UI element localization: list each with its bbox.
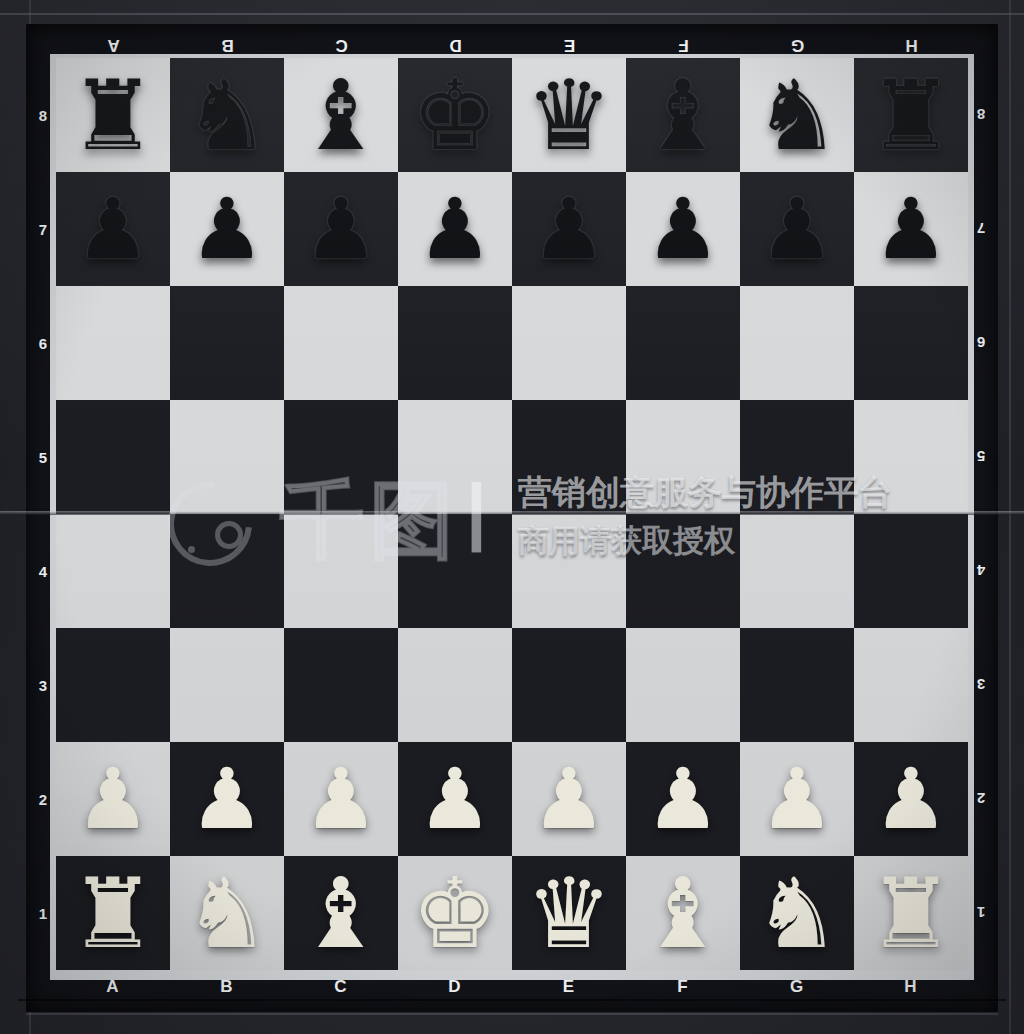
piece-white-knight-b1[interactable]: ♞ [184,865,271,962]
piece-white-pawn-e2[interactable]: ♟ [531,757,606,841]
square-h6[interactable] [854,286,968,400]
square-d5[interactable] [398,400,512,514]
piece-black-queen-e8[interactable]: ♛ [526,67,613,164]
square-g7[interactable]: ♟ [740,172,854,286]
square-c7[interactable]: ♟ [284,172,398,286]
file-labels-top-f: F [626,34,740,56]
rank-labels-right-1: 1 [970,856,992,970]
piece-white-pawn-c2[interactable]: ♟ [303,757,378,841]
square-d2[interactable]: ♟ [398,742,512,856]
frame-bottom-groove [18,999,1006,1001]
piece-white-pawn-f2[interactable]: ♟ [645,757,720,841]
file-labels-top-d: D [398,34,512,56]
square-h2[interactable]: ♟ [854,742,968,856]
file-labels-top-c: C [284,34,398,56]
square-g2[interactable]: ♟ [740,742,854,856]
square-h1[interactable]: ♜ [854,856,968,970]
file-labels-bottom-f: F [626,976,740,998]
file-labels-top: ABCDEFGH [56,34,968,56]
square-h8[interactable]: ♜ [854,58,968,172]
piece-black-rook-a8[interactable]: ♜ [70,67,157,164]
square-g5[interactable] [740,400,854,514]
square-a6[interactable] [56,286,170,400]
square-g6[interactable] [740,286,854,400]
file-labels-bottom: ABCDEFGH [56,976,968,998]
piece-white-pawn-h2[interactable]: ♟ [873,757,948,841]
piece-black-pawn-e7[interactable]: ♟ [531,187,606,271]
square-a8[interactable]: ♜ [56,58,170,172]
square-f7[interactable]: ♟ [626,172,740,286]
piece-white-king-d1[interactable]: ♚ [412,865,499,962]
square-d4[interactable] [398,514,512,628]
piece-white-pawn-a2[interactable]: ♟ [75,757,150,841]
square-e6[interactable] [512,286,626,400]
square-f2[interactable]: ♟ [626,742,740,856]
square-g8[interactable]: ♞ [740,58,854,172]
rank-labels-right-5: 5 [970,400,992,514]
piece-white-pawn-b2[interactable]: ♟ [189,757,264,841]
rank-labels-left-6: 6 [32,286,54,400]
piece-white-rook-a1[interactable]: ♜ [70,865,157,962]
square-h7[interactable]: ♟ [854,172,968,286]
square-h5[interactable] [854,400,968,514]
rank-labels-right-4: 4 [970,514,992,628]
square-h4[interactable] [854,514,968,628]
file-labels-top-a: A [56,34,170,56]
square-a1[interactable]: ♜ [56,856,170,970]
file-labels-bottom-c: C [284,976,398,998]
square-e2[interactable]: ♟ [512,742,626,856]
square-e5[interactable] [512,400,626,514]
rank-labels-left-4: 4 [32,514,54,628]
piece-black-pawn-a7[interactable]: ♟ [75,187,150,271]
square-a7[interactable]: ♟ [56,172,170,286]
piece-black-pawn-b7[interactable]: ♟ [189,187,264,271]
square-d1[interactable]: ♚ [398,856,512,970]
square-f5[interactable] [626,400,740,514]
rank-labels-left-5: 5 [32,400,54,514]
square-f4[interactable] [626,514,740,628]
square-c1[interactable]: ♝ [284,856,398,970]
square-f1[interactable]: ♝ [626,856,740,970]
square-a4[interactable] [56,514,170,628]
piece-black-pawn-c7[interactable]: ♟ [303,187,378,271]
chess-board-photo: ♜♞♝♚♛♝♞♜♟♟♟♟♟♟♟♟♟♟♟♟♟♟♟♟♜♞♝♚♛♝♞♜ ABCDEFG… [0,0,1024,1034]
square-c5[interactable] [284,400,398,514]
square-e8[interactable]: ♛ [512,58,626,172]
piece-white-pawn-g2[interactable]: ♟ [759,757,834,841]
piece-black-pawn-f7[interactable]: ♟ [645,187,720,271]
frame-top-bevel [0,13,1024,15]
square-d6[interactable] [398,286,512,400]
piece-white-rook-h1[interactable]: ♜ [868,865,955,962]
rank-labels-left-3: 3 [32,628,54,742]
square-f8[interactable]: ♝ [626,58,740,172]
file-labels-bottom-e: E [512,976,626,998]
rank-labels-left-7: 7 [32,172,54,286]
piece-white-queen-e1[interactable]: ♛ [526,865,613,962]
square-c8[interactable]: ♝ [284,58,398,172]
square-d7[interactable]: ♟ [398,172,512,286]
square-e7[interactable]: ♟ [512,172,626,286]
piece-black-king-d8[interactable]: ♚ [412,67,499,164]
file-labels-top-b: B [170,34,284,56]
piece-black-rook-h8[interactable]: ♜ [868,67,955,164]
piece-black-pawn-g7[interactable]: ♟ [759,187,834,271]
square-c4[interactable] [284,514,398,628]
square-b7[interactable]: ♟ [170,172,284,286]
square-b1[interactable]: ♞ [170,856,284,970]
piece-white-bishop-c1[interactable]: ♝ [298,865,385,962]
piece-black-pawn-h7[interactable]: ♟ [873,187,948,271]
piece-black-knight-b8[interactable]: ♞ [184,67,271,164]
file-labels-bottom-h: H [854,976,968,998]
square-a5[interactable] [56,400,170,514]
piece-black-pawn-d7[interactable]: ♟ [417,187,492,271]
piece-black-bishop-f8[interactable]: ♝ [640,67,727,164]
rank-labels-left-2: 2 [32,742,54,856]
file-labels-bottom-d: D [398,976,512,998]
square-f3[interactable] [626,628,740,742]
rank-labels-right-6: 6 [970,286,992,400]
square-c6[interactable] [284,286,398,400]
fold-seam [0,511,1024,515]
file-labels-top-g: G [740,34,854,56]
file-labels-top-h: H [854,34,968,56]
square-b8[interactable]: ♞ [170,58,284,172]
square-b3[interactable] [170,628,284,742]
rank-labels-right-7: 7 [970,172,992,286]
file-labels-bottom-b: B [170,976,284,998]
square-g4[interactable] [740,514,854,628]
square-e4[interactable] [512,514,626,628]
piece-white-pawn-d2[interactable]: ♟ [417,757,492,841]
file-labels-bottom-a: A [56,976,170,998]
square-e1[interactable]: ♛ [512,856,626,970]
file-labels-bottom-g: G [740,976,854,998]
square-d3[interactable] [398,628,512,742]
square-f6[interactable] [626,286,740,400]
square-b2[interactable]: ♟ [170,742,284,856]
piece-white-knight-g1[interactable]: ♞ [754,865,841,962]
piece-black-bishop-c8[interactable]: ♝ [298,67,385,164]
piece-white-bishop-f1[interactable]: ♝ [640,865,727,962]
square-h3[interactable] [854,628,968,742]
square-g1[interactable]: ♞ [740,856,854,970]
rank-labels-right-8: 8 [970,58,992,172]
square-a3[interactable] [56,628,170,742]
square-a2[interactable]: ♟ [56,742,170,856]
square-c3[interactable] [284,628,398,742]
square-b5[interactable] [170,400,284,514]
square-b6[interactable] [170,286,284,400]
rank-labels-right-2: 2 [970,742,992,856]
rank-labels-left-1: 1 [32,856,54,970]
square-g3[interactable] [740,628,854,742]
square-d8[interactable]: ♚ [398,58,512,172]
piece-black-knight-g8[interactable]: ♞ [754,67,841,164]
square-b4[interactable] [170,514,284,628]
rank-labels-right-3: 3 [970,628,992,742]
frame-right-bevel [1009,0,1011,1034]
square-e3[interactable] [512,628,626,742]
frame-bottom-groove-2 [26,1013,998,1015]
rank-labels-left-8: 8 [32,58,54,172]
file-labels-top-e: E [512,34,626,56]
square-c2[interactable]: ♟ [284,742,398,856]
